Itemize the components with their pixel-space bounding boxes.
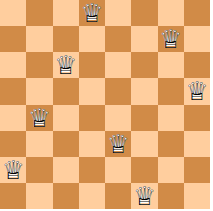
square-e6[interactable] [105, 52, 131, 78]
square-a4[interactable] [0, 105, 26, 131]
white-queen-outline-glyph: ♕ [79, 0, 105, 26]
square-c2[interactable] [53, 157, 79, 183]
square-g7[interactable]: ♛♕ [158, 26, 184, 52]
white-queen-outline-glyph: ♕ [158, 26, 184, 52]
square-b6[interactable] [26, 52, 52, 78]
square-g5[interactable] [158, 78, 184, 104]
square-b7[interactable] [26, 26, 52, 52]
square-c6[interactable]: ♛♕ [53, 52, 79, 78]
square-g3[interactable] [158, 131, 184, 157]
square-g2[interactable] [158, 157, 184, 183]
square-c3[interactable] [53, 131, 79, 157]
square-d5[interactable] [79, 78, 105, 104]
square-f6[interactable] [131, 52, 157, 78]
square-h4[interactable] [184, 105, 210, 131]
white-queen[interactable]: ♛♕ [184, 78, 210, 104]
square-g1[interactable] [158, 183, 184, 209]
square-a7[interactable] [0, 26, 26, 52]
square-h7[interactable] [184, 26, 210, 52]
white-queen[interactable]: ♛♕ [131, 183, 157, 209]
square-g6[interactable] [158, 52, 184, 78]
square-d7[interactable] [79, 26, 105, 52]
square-h3[interactable] [184, 131, 210, 157]
square-f1[interactable]: ♛♕ [131, 183, 157, 209]
square-b5[interactable] [26, 78, 52, 104]
square-e1[interactable] [105, 183, 131, 209]
square-h8[interactable] [184, 0, 210, 26]
white-queen-outline-glyph: ♕ [26, 105, 52, 131]
square-f4[interactable] [131, 105, 157, 131]
chessboard: ♛♕♛♕♛♕♛♕♛♕♛♕♛♕♛♕ [0, 0, 210, 209]
square-a3[interactable] [0, 131, 26, 157]
square-d2[interactable] [79, 157, 105, 183]
square-h2[interactable] [184, 157, 210, 183]
square-c7[interactable] [53, 26, 79, 52]
square-c4[interactable] [53, 105, 79, 131]
square-b2[interactable] [26, 157, 52, 183]
square-c1[interactable] [53, 183, 79, 209]
square-e7[interactable] [105, 26, 131, 52]
square-e2[interactable] [105, 157, 131, 183]
square-h6[interactable] [184, 52, 210, 78]
square-a6[interactable] [0, 52, 26, 78]
square-e4[interactable] [105, 105, 131, 131]
square-h1[interactable] [184, 183, 210, 209]
square-g4[interactable] [158, 105, 184, 131]
square-f7[interactable] [131, 26, 157, 52]
square-d6[interactable] [79, 52, 105, 78]
white-queen[interactable]: ♛♕ [158, 26, 184, 52]
square-a8[interactable] [0, 0, 26, 26]
square-a2[interactable]: ♛♕ [0, 157, 26, 183]
white-queen-outline-glyph: ♕ [184, 78, 210, 104]
square-e3[interactable]: ♛♕ [105, 131, 131, 157]
white-queen[interactable]: ♛♕ [0, 157, 26, 183]
white-queen[interactable]: ♛♕ [105, 131, 131, 157]
white-queen-outline-glyph: ♕ [0, 157, 26, 183]
square-d3[interactable] [79, 131, 105, 157]
square-c8[interactable] [53, 0, 79, 26]
square-e8[interactable] [105, 0, 131, 26]
square-c5[interactable] [53, 78, 79, 104]
square-f3[interactable] [131, 131, 157, 157]
square-e5[interactable] [105, 78, 131, 104]
square-f2[interactable] [131, 157, 157, 183]
white-queen[interactable]: ♛♕ [79, 0, 105, 26]
square-a1[interactable] [0, 183, 26, 209]
square-f8[interactable] [131, 0, 157, 26]
square-d4[interactable] [79, 105, 105, 131]
square-b8[interactable] [26, 0, 52, 26]
square-d1[interactable] [79, 183, 105, 209]
square-b1[interactable] [26, 183, 52, 209]
white-queen[interactable]: ♛♕ [26, 105, 52, 131]
white-queen-outline-glyph: ♕ [131, 183, 157, 209]
square-f5[interactable] [131, 78, 157, 104]
white-queen-outline-glyph: ♕ [53, 52, 79, 78]
square-b4[interactable]: ♛♕ [26, 105, 52, 131]
white-queen-outline-glyph: ♕ [105, 131, 131, 157]
white-queen[interactable]: ♛♕ [53, 52, 79, 78]
square-b3[interactable] [26, 131, 52, 157]
square-a5[interactable] [0, 78, 26, 104]
square-d8[interactable]: ♛♕ [79, 0, 105, 26]
square-h5[interactable]: ♛♕ [184, 78, 210, 104]
square-g8[interactable] [158, 0, 184, 26]
page-background: { "game": "chess", "variant": "eight-que… [0, 0, 213, 211]
